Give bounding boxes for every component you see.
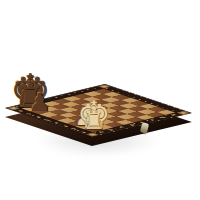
rank-label: 3 [62,125,69,127]
frame-corner-inlay [98,85,110,88]
rank-label: 5 [44,119,51,121]
rank-label: 4 [53,122,60,124]
piece-glyph: ♜ [83,108,105,133]
file-label: D [129,124,136,126]
file-label: F [149,119,156,121]
chess-set-product-photo: ABCDEFGH87654321♜♞♝♛♚♝♞♜♟♟♟♟♟♟♟♟♟♟♟♟♟♟♟♟… [0,0,200,200]
piece-glyph: ♟ [28,90,50,115]
frame-corner-inlay [177,111,189,114]
file-label: H [170,114,177,116]
file-label: C [118,126,125,128]
file-label: G [160,116,167,118]
